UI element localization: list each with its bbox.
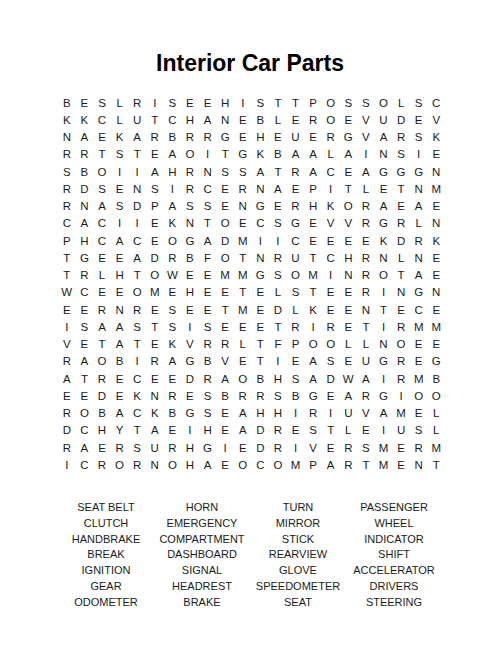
grid-cell: A — [216, 370, 234, 387]
grid-cell: D — [252, 422, 270, 439]
grid-cell: K — [58, 111, 76, 128]
grid-cell: I — [111, 215, 129, 232]
grid-cell: A — [111, 405, 129, 422]
grid-cell: E — [427, 249, 445, 266]
grid-cell: L — [269, 284, 287, 301]
grid-cell: M — [427, 180, 445, 197]
grid-cell: E — [410, 111, 428, 128]
grid-cell: D — [252, 439, 270, 456]
grid-cell: T — [252, 353, 270, 370]
grid-cell: S — [199, 387, 217, 404]
grid-cell: C — [322, 249, 340, 266]
grid-cell: E — [340, 284, 358, 301]
grid-cell: E — [93, 129, 111, 146]
grid-cell: T — [392, 267, 410, 284]
grid-cell: A — [128, 129, 146, 146]
grid-cell: K — [164, 215, 182, 232]
grid-cell: H — [269, 370, 287, 387]
grid-cell: C — [128, 405, 146, 422]
grid-cell: O — [375, 267, 393, 284]
word-item: COMPARTMENT — [154, 532, 250, 548]
grid-cell: M — [234, 267, 252, 284]
grid-cell: N — [252, 249, 270, 266]
grid-cell: A — [322, 456, 340, 473]
grid-cell: R — [392, 215, 410, 232]
grid-cell: M — [304, 267, 322, 284]
grid-cell: Y — [111, 422, 129, 439]
grid-cell: H — [181, 284, 199, 301]
grid-cell: T — [392, 180, 410, 197]
grid-cell: E — [234, 439, 252, 456]
grid-cell: T — [252, 336, 270, 353]
grid-cell: I — [128, 163, 146, 180]
grid-cell: S — [304, 422, 322, 439]
grid-cell: R — [269, 439, 287, 456]
grid-cell: D — [58, 422, 76, 439]
grid-cell: I — [322, 405, 340, 422]
grid-cell: E — [76, 94, 94, 111]
grid-cell: T — [304, 249, 322, 266]
grid-cell: A — [76, 353, 94, 370]
grid-cell: E — [269, 129, 287, 146]
grid-cell: E — [287, 422, 305, 439]
grid-cell: E — [234, 129, 252, 146]
word-item: MIRROR — [250, 516, 346, 532]
grid-cell: G — [199, 439, 217, 456]
grid-cell: B — [252, 370, 270, 387]
grid-cell: N — [375, 146, 393, 163]
grid-cell: I — [392, 387, 410, 404]
grid-cell: G — [410, 284, 428, 301]
grid-cell: A — [111, 318, 129, 335]
grid-cell: G — [287, 215, 305, 232]
word-column: SEAT BELTCLUTCHHANDBRAKEBREAKIGNITIONGEA… — [58, 500, 154, 611]
grid-cell: V — [340, 215, 358, 232]
grid-cell: E — [427, 146, 445, 163]
grid-cell: E — [181, 387, 199, 404]
grid-cell: I — [164, 180, 182, 197]
grid-cell: C — [287, 232, 305, 249]
grid-cell: A — [93, 318, 111, 335]
grid-cell: C — [322, 163, 340, 180]
grid-cell: E — [216, 180, 234, 197]
grid-cell: A — [252, 163, 270, 180]
grid-cell: V — [58, 336, 76, 353]
grid-cell: H — [111, 267, 129, 284]
grid-cell: N — [357, 301, 375, 318]
grid-cell: E — [304, 215, 322, 232]
grid-cell: W — [340, 370, 358, 387]
grid-cell: I — [410, 146, 428, 163]
grid-cell: K — [427, 232, 445, 249]
grid-cell: A — [199, 232, 217, 249]
grid-cell: L — [392, 249, 410, 266]
grid-cell: E — [164, 370, 182, 387]
grid-cell: P — [304, 456, 322, 473]
grid-cell: B — [76, 163, 94, 180]
grid-cell: L — [322, 146, 340, 163]
grid-cell: N — [199, 163, 217, 180]
word-list: SEAT BELTCLUTCHHANDBRAKEBREAKIGNITIONGEA… — [58, 500, 442, 611]
grid-cell: A — [111, 336, 129, 353]
grid-cell: E — [340, 318, 358, 335]
grid-cell: T — [269, 94, 287, 111]
grid-cell: N — [252, 180, 270, 197]
grid-cell: E — [427, 198, 445, 215]
grid-cell: R — [410, 439, 428, 456]
grid-cell: G — [181, 405, 199, 422]
grid-cell: G — [304, 387, 322, 404]
grid-cell: R — [234, 387, 252, 404]
grid-cell: T — [146, 111, 164, 128]
grid-cell: B — [199, 353, 217, 370]
grid-cell: C — [164, 111, 182, 128]
grid-cell: E — [392, 456, 410, 473]
grid-cell: N — [427, 163, 445, 180]
grid-cell: D — [181, 370, 199, 387]
grid-cell: E — [357, 422, 375, 439]
grid-cell: C — [76, 422, 94, 439]
grid-cell: T — [234, 284, 252, 301]
grid-cell: B — [287, 387, 305, 404]
grid-cell: W — [58, 284, 76, 301]
grid-cell: R — [252, 387, 270, 404]
word-item: STEERING — [346, 595, 442, 611]
grid-cell: T — [128, 267, 146, 284]
grid-cell: O — [216, 249, 234, 266]
grid-cell: A — [340, 146, 358, 163]
grid-cell: T — [128, 146, 146, 163]
grid-cell: H — [216, 94, 234, 111]
grid-cell: E — [340, 301, 358, 318]
grid-cell: E — [93, 439, 111, 456]
grid-cell: V — [304, 439, 322, 456]
grid-cell: I — [322, 267, 340, 284]
grid-cell: B — [216, 387, 234, 404]
grid-cell: E — [410, 405, 428, 422]
grid-cell: D — [392, 232, 410, 249]
grid-cell: M — [392, 405, 410, 422]
grid-cell: I — [128, 353, 146, 370]
grid-cell: E — [234, 215, 252, 232]
grid-cell: C — [427, 94, 445, 111]
grid-cell: R — [287, 163, 305, 180]
grid-cell: G — [340, 129, 358, 146]
grid-cell: R — [234, 180, 252, 197]
grid-cell: I — [181, 422, 199, 439]
grid-cell: E — [269, 198, 287, 215]
grid-cell: E — [322, 301, 340, 318]
grid-cell: L — [357, 180, 375, 197]
grid-cell: I — [234, 94, 252, 111]
grid-cell: K — [304, 301, 322, 318]
grid-cell: T — [269, 318, 287, 335]
grid-cell: C — [252, 456, 270, 473]
grid-cell: A — [357, 370, 375, 387]
grid-cell: G — [410, 163, 428, 180]
grid-cell: S — [269, 215, 287, 232]
word-item: DRIVERS — [346, 579, 442, 595]
grid-cell: P — [146, 198, 164, 215]
grid-cell: E — [146, 232, 164, 249]
grid-cell: M — [216, 267, 234, 284]
grid-cell: I — [58, 456, 76, 473]
grid-cell: T — [322, 422, 340, 439]
word-item: STICK — [250, 532, 346, 548]
grid-cell: S — [357, 439, 375, 456]
grid-cell: I — [375, 370, 393, 387]
word-search-page: Interior Car Parts BESLRISEEHISTTPOSSOLS… — [0, 0, 500, 647]
grid-cell: E — [164, 284, 182, 301]
grid-cell: S — [76, 318, 94, 335]
grid-cell: R — [93, 301, 111, 318]
grid-cell: E — [181, 267, 199, 284]
grid-cell: A — [375, 405, 393, 422]
grid-cell: A — [164, 198, 182, 215]
grid-cell: K — [375, 232, 393, 249]
grid-cell: M — [287, 456, 305, 473]
grid-cell: R — [392, 353, 410, 370]
grid-cell: R — [199, 370, 217, 387]
word-item: BRAKE — [154, 595, 250, 611]
grid-cell: S — [357, 94, 375, 111]
grid-cell: B — [111, 353, 129, 370]
letter-grid: BESLRISEEHISTTPOSSOLSCKKCLUTCHANEBLEROEV… — [58, 94, 445, 474]
grid-cell: V — [357, 111, 375, 128]
grid-cell: K — [322, 198, 340, 215]
grid-cell: N — [181, 215, 199, 232]
grid-cell: N — [58, 129, 76, 146]
grid-cell: L — [427, 405, 445, 422]
grid-cell: C — [93, 111, 111, 128]
grid-cell: I — [375, 318, 393, 335]
grid-cell: R — [58, 353, 76, 370]
grid-cell: G — [375, 215, 393, 232]
grid-cell: B — [58, 94, 76, 111]
grid-cell: R — [128, 301, 146, 318]
grid-cell: S — [93, 94, 111, 111]
grid-cell: R — [181, 129, 199, 146]
grid-cell: R — [357, 249, 375, 266]
grid-cell: E — [357, 232, 375, 249]
grid-cell: A — [164, 146, 182, 163]
word-item: HORN — [154, 500, 250, 516]
grid-cell: A — [375, 129, 393, 146]
grid-cell: S — [93, 180, 111, 197]
grid-cell: A — [340, 387, 358, 404]
grid-cell: N — [146, 456, 164, 473]
word-column: TURNMIRRORSTICKREARVIEWGLOVESPEEDOMETERS… — [250, 500, 346, 611]
grid-cell: S — [111, 146, 129, 163]
grid-cell: A — [375, 198, 393, 215]
grid-cell: C — [93, 232, 111, 249]
grid-cell: E — [146, 370, 164, 387]
grid-cell: K — [164, 336, 182, 353]
grid-cell: R — [357, 215, 375, 232]
grid-cell: E — [164, 422, 182, 439]
grid-cell: S — [252, 94, 270, 111]
grid-cell: R — [357, 387, 375, 404]
grid-cell: E — [287, 180, 305, 197]
grid-cell: I — [304, 318, 322, 335]
grid-cell: D — [76, 180, 94, 197]
grid-cell: E — [111, 249, 129, 266]
grid-cell: N — [216, 111, 234, 128]
grid-cell: S — [164, 318, 182, 335]
grid-cell: O — [146, 267, 164, 284]
grid-cell: S — [410, 94, 428, 111]
grid-cell: H — [252, 405, 270, 422]
grid-cell: C — [58, 215, 76, 232]
grid-cell: R — [410, 232, 428, 249]
grid-cell: F — [199, 249, 217, 266]
grid-cell: I — [375, 284, 393, 301]
grid-cell: G — [234, 146, 252, 163]
grid-cell: S — [410, 422, 428, 439]
grid-cell: E — [252, 301, 270, 318]
grid-cell: L — [93, 267, 111, 284]
grid-cell: E — [234, 111, 252, 128]
grid-cell: E — [340, 163, 358, 180]
grid-cell: I — [181, 318, 199, 335]
grid-cell: R — [146, 353, 164, 370]
grid-cell: H — [181, 111, 199, 128]
grid-cell: A — [199, 456, 217, 473]
grid-cell: E — [199, 284, 217, 301]
grid-cell: R — [304, 111, 322, 128]
grid-cell: E — [322, 387, 340, 404]
grid-cell: T — [146, 318, 164, 335]
grid-cell: O — [93, 353, 111, 370]
grid-cell: K — [427, 129, 445, 146]
grid-cell: E — [146, 336, 164, 353]
grid-cell: B — [181, 249, 199, 266]
grid-cell: R — [164, 387, 182, 404]
word-item: SHIFT — [346, 547, 442, 563]
grid-cell: N — [76, 198, 94, 215]
grid-cell: R — [76, 146, 94, 163]
word-item: HANDBRAKE — [58, 532, 154, 548]
grid-cell: A — [164, 353, 182, 370]
grid-cell: G — [181, 232, 199, 249]
grid-cell: U — [392, 422, 410, 439]
grid-cell: C — [128, 370, 146, 387]
grid-cell: E — [234, 318, 252, 335]
grid-cell: T — [58, 249, 76, 266]
grid-cell: O — [76, 405, 94, 422]
grid-cell: V — [357, 129, 375, 146]
grid-cell: H — [340, 249, 358, 266]
grid-cell: R — [146, 129, 164, 146]
grid-cell: G — [392, 163, 410, 180]
grid-cell: O — [304, 336, 322, 353]
grid-cell: G — [375, 387, 393, 404]
grid-cell: S — [164, 301, 182, 318]
grid-cell: L — [340, 422, 358, 439]
grid-cell: M — [410, 318, 428, 335]
grid-cell: T — [93, 146, 111, 163]
grid-cell: E — [93, 249, 111, 266]
grid-cell: R — [58, 180, 76, 197]
grid-cell: N — [427, 215, 445, 232]
grid-cell: A — [357, 163, 375, 180]
grid-cell: R — [322, 318, 340, 335]
word-item: SEAT BELT — [58, 500, 154, 516]
grid-cell: M — [234, 232, 252, 249]
grid-cell: E — [410, 336, 428, 353]
grid-cell: O — [111, 456, 129, 473]
grid-cell: E — [427, 301, 445, 318]
grid-cell: H — [304, 198, 322, 215]
word-column: PASSENGERWHEELINDICATORSHIFTACCELERATORD… — [346, 500, 442, 611]
grid-cell: S — [340, 94, 358, 111]
grid-cell: I — [357, 146, 375, 163]
grid-cell: R — [340, 439, 358, 456]
grid-cell: E — [322, 232, 340, 249]
grid-cell: T — [216, 301, 234, 318]
grid-cell: M — [375, 456, 393, 473]
word-item: GLOVE — [250, 563, 346, 579]
grid-cell: U — [357, 353, 375, 370]
grid-cell: E — [410, 353, 428, 370]
grid-cell: T — [216, 146, 234, 163]
grid-cell: O — [164, 232, 182, 249]
grid-cell: D — [216, 232, 234, 249]
grid-cell: E — [76, 387, 94, 404]
grid-cell: V — [357, 405, 375, 422]
grid-cell: B — [427, 370, 445, 387]
grid-cell: E — [199, 301, 217, 318]
grid-cell: E — [392, 301, 410, 318]
grid-cell: A — [58, 370, 76, 387]
grid-cell: M — [427, 318, 445, 335]
grid-cell: D — [146, 249, 164, 266]
grid-cell: S — [410, 129, 428, 146]
grid-cell: O — [322, 336, 340, 353]
grid-cell: S — [199, 405, 217, 422]
grid-cell: C — [76, 284, 94, 301]
grid-cell: B — [164, 405, 182, 422]
grid-cell: R — [181, 163, 199, 180]
grid-cell: N — [111, 301, 129, 318]
grid-cell: T — [340, 180, 358, 197]
grid-cell: R — [287, 318, 305, 335]
grid-cell: E — [322, 284, 340, 301]
grid-cell: S — [199, 318, 217, 335]
grid-cell: S — [164, 94, 182, 111]
grid-cell: N — [375, 249, 393, 266]
grid-cell: T — [128, 336, 146, 353]
grid-cell: K — [146, 405, 164, 422]
grid-cell: H — [199, 422, 217, 439]
grid-cell: L — [410, 215, 428, 232]
grid-cell: S — [269, 267, 287, 284]
grid-cell: E — [146, 215, 164, 232]
grid-cell: K — [128, 387, 146, 404]
grid-cell: S — [58, 163, 76, 180]
word-item: INDICATOR — [346, 532, 442, 548]
grid-cell: I — [287, 405, 305, 422]
grid-cell: E — [375, 180, 393, 197]
grid-cell: G — [216, 129, 234, 146]
grid-cell: E — [76, 301, 94, 318]
grid-cell: I — [375, 422, 393, 439]
grid-cell: I — [216, 439, 234, 456]
grid-cell: C — [76, 456, 94, 473]
grid-cell: S — [128, 439, 146, 456]
grid-cell: B — [252, 111, 270, 128]
grid-cell: K — [111, 129, 129, 146]
